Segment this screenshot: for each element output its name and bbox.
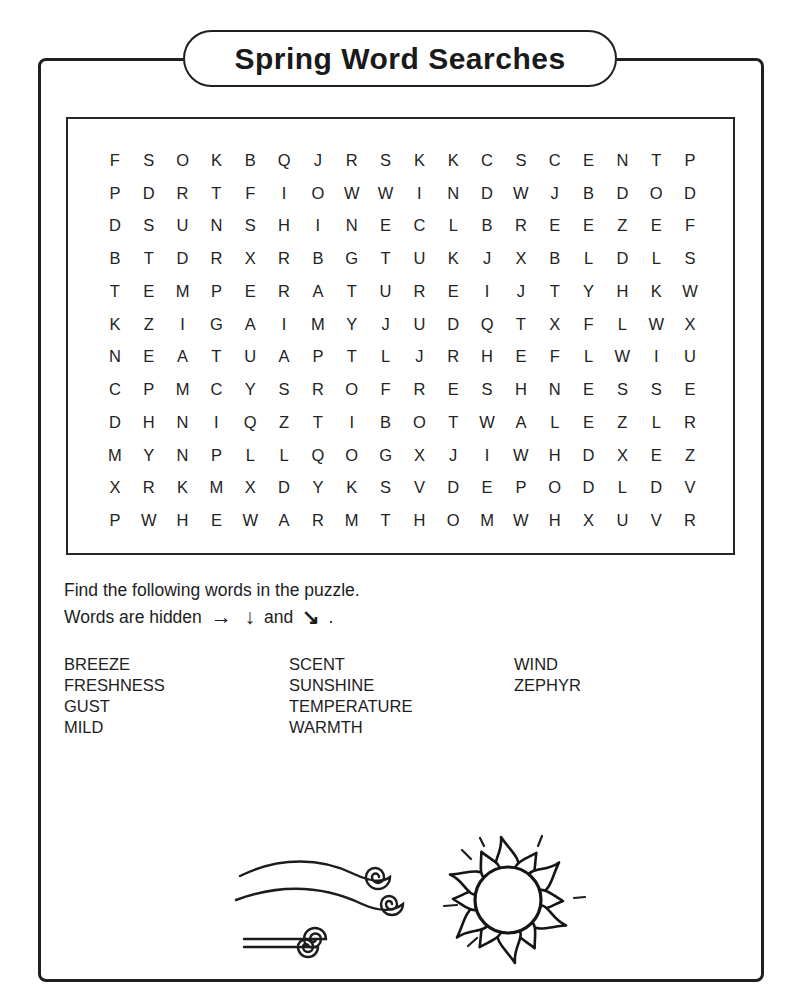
grid-cell: B [538, 242, 572, 275]
grid-cell: D [605, 242, 639, 275]
word-list-item: BREEZE [64, 654, 165, 675]
word-list-item: WIND [514, 654, 581, 675]
grid-cell: B [301, 242, 335, 275]
grid-cell: Y [335, 308, 369, 341]
grid-cell: O [335, 439, 369, 472]
grid-cell: E [538, 210, 572, 243]
grid-cell: E [504, 341, 538, 374]
grid-cell: T [538, 275, 572, 308]
grid-cell: T [369, 504, 403, 537]
grid-cell: K [639, 275, 673, 308]
grid-cell: T [199, 341, 233, 374]
grid-cell: L [639, 406, 673, 439]
grid-cell: E [436, 373, 470, 406]
grid-cell: D [673, 177, 707, 210]
grid-cell: B [470, 210, 504, 243]
grid-cell: U [166, 210, 200, 243]
grid-cell: Z [605, 210, 639, 243]
grid-cell: F [572, 308, 606, 341]
grid-cell: W [639, 308, 673, 341]
grid-cell: M [98, 439, 132, 472]
grid-cell: F [673, 210, 707, 243]
grid-cell: O [166, 144, 200, 177]
grid-cell: L [369, 341, 403, 374]
grid-cell: D [470, 177, 504, 210]
grid-cell: A [301, 275, 335, 308]
right-arrow-icon: → [207, 605, 236, 628]
grid-cell: S [132, 144, 166, 177]
word-list: BREEZEFRESHNESSGUSTMILD SCENTSUNSHINETEM… [64, 654, 704, 754]
page-title: Spring Word Searches [234, 42, 565, 76]
grid-cell: W [335, 177, 369, 210]
grid-cell: E [132, 275, 166, 308]
grid-cell: M [199, 472, 233, 505]
grid-cell: R [199, 242, 233, 275]
title-banner: Spring Word Searches [183, 30, 617, 87]
grid-cell: W [673, 275, 707, 308]
grid-cell: X [233, 242, 267, 275]
grid-cell: R [301, 373, 335, 406]
grid-cell: J [470, 242, 504, 275]
grid-cell: M [166, 275, 200, 308]
grid-cell: D [436, 472, 470, 505]
grid-cell: U [233, 341, 267, 374]
grid-cell: P [132, 373, 166, 406]
grid-cell: D [166, 242, 200, 275]
grid-cell: E [132, 341, 166, 374]
grid-cell: D [572, 472, 606, 505]
grid-cell: J [402, 341, 436, 374]
word-column: WINDZEPHYR [514, 654, 581, 696]
grid-cell: D [267, 472, 301, 505]
grid-cell: X [233, 472, 267, 505]
grid-cell: P [98, 177, 132, 210]
grid-cell: Q [470, 308, 504, 341]
grid-cell: L [572, 242, 606, 275]
grid-cell: Y [233, 373, 267, 406]
instructions-line2: Words are hidden → ↓ and ↘ . [64, 603, 360, 630]
down-right-arrow-icon: ↘ [298, 605, 324, 628]
grid-cell: V [673, 472, 707, 505]
grid-cell: S [267, 373, 301, 406]
grid-cell: R [673, 406, 707, 439]
grid-cell: Z [132, 308, 166, 341]
grid-cell: W [504, 439, 538, 472]
instructions-line1: Find the following words in the puzzle. [64, 578, 360, 603]
grid-cell: T [504, 308, 538, 341]
grid-cell: D [572, 439, 606, 472]
grid-cell: A [267, 341, 301, 374]
grid-cell: F [233, 177, 267, 210]
grid-cell: H [132, 406, 166, 439]
grid-cell: K [402, 144, 436, 177]
grid-cell: U [402, 242, 436, 275]
grid-cell: D [436, 308, 470, 341]
grid-cell: J [369, 308, 403, 341]
down-arrow-icon: ↓ [241, 605, 260, 628]
grid-cell: L [436, 210, 470, 243]
grid-cell: R [166, 177, 200, 210]
grid-cell: P [199, 275, 233, 308]
grid-cell: V [402, 472, 436, 505]
grid-cell: N [166, 406, 200, 439]
grid-cell: T [436, 406, 470, 439]
grid-cell: C [199, 373, 233, 406]
grid-cell: J [301, 144, 335, 177]
grid-cell: H [267, 210, 301, 243]
sun-icon [428, 818, 588, 978]
grid-cell: Z [605, 406, 639, 439]
grid-cell: D [98, 406, 132, 439]
grid-cell: T [301, 406, 335, 439]
grid-cell: F [369, 373, 403, 406]
grid-cell: R [267, 275, 301, 308]
grid-cell: G [369, 439, 403, 472]
word-search-grid: FSOKBQJRSKKCSCENTPPDRTFIOWWINDWJBDODDSUN… [66, 117, 735, 555]
grid-cell: F [98, 144, 132, 177]
grid-cell: N [436, 177, 470, 210]
grid-cell: U [673, 341, 707, 374]
grid-cell: K [166, 472, 200, 505]
grid-cell: N [605, 144, 639, 177]
grid-cell: D [605, 177, 639, 210]
grid-cell: F [538, 341, 572, 374]
grid-cell: T [335, 341, 369, 374]
grid-cell: R [335, 144, 369, 177]
grid-cell: H [402, 504, 436, 537]
grid-cell: X [402, 439, 436, 472]
grid-cell: R [402, 275, 436, 308]
word-list-item: SCENT [289, 654, 412, 675]
grid-cell: K [436, 144, 470, 177]
word-list-item: FRESHNESS [64, 675, 165, 696]
grid-cell: C [538, 144, 572, 177]
grid-cell: K [98, 308, 132, 341]
grid-cell: L [267, 439, 301, 472]
grid-cell: S [132, 210, 166, 243]
grid-cell: A [233, 308, 267, 341]
grid-cell: D [639, 472, 673, 505]
grid-cell: W [369, 177, 403, 210]
grid-cell: C [402, 210, 436, 243]
grid-cell: B [572, 177, 606, 210]
grid-cell: E [673, 373, 707, 406]
grid-cell: Q [267, 144, 301, 177]
grid-cell: M [301, 308, 335, 341]
grid-cell: W [504, 504, 538, 537]
grid-cell: R [301, 504, 335, 537]
grid-cell: L [233, 439, 267, 472]
word-column: SCENTSUNSHINETEMPERATUREWARMTH [289, 654, 412, 738]
grid-cell: I [639, 341, 673, 374]
grid-cell: I [267, 308, 301, 341]
grid-cell: I [335, 406, 369, 439]
grid-cell: A [267, 504, 301, 537]
grid-cell: E [199, 504, 233, 537]
grid-cell: Y [572, 275, 606, 308]
grid-cell: P [98, 504, 132, 537]
grid-cell: H [166, 504, 200, 537]
grid-cell: X [504, 242, 538, 275]
grid-cell: C [470, 144, 504, 177]
grid-cell: R [132, 472, 166, 505]
grid-cell: M [335, 504, 369, 537]
grid-cell: E [233, 275, 267, 308]
grid-cell: H [504, 373, 538, 406]
grid-cell: S [504, 144, 538, 177]
grid-cell: R [504, 210, 538, 243]
grid-cell: L [538, 406, 572, 439]
grid-cell: X [538, 308, 572, 341]
grid-cell: T [199, 177, 233, 210]
grid-cell: R [402, 373, 436, 406]
grid-cell: Q [301, 439, 335, 472]
grid-cell: Y [132, 439, 166, 472]
word-column: BREEZEFRESHNESSGUSTMILD [64, 654, 165, 738]
grid-cell: P [673, 144, 707, 177]
grid-cell: R [673, 504, 707, 537]
grid-cell: T [335, 275, 369, 308]
grid-cell: S [673, 242, 707, 275]
worksheet-page: Spring Word Searches FSOKBQJRSKKCSCENTPP… [0, 0, 800, 1000]
grid-cell: W [132, 504, 166, 537]
grid-cell: B [98, 242, 132, 275]
grid-cell: J [538, 177, 572, 210]
grid-cell: I [166, 308, 200, 341]
grid-cell: E [572, 144, 606, 177]
grid-cell: N [199, 210, 233, 243]
grid-cell: N [98, 341, 132, 374]
grid-cell: Y [301, 472, 335, 505]
grid-cell: W [470, 406, 504, 439]
grid-cell: P [504, 472, 538, 505]
instructions-and: and [264, 607, 293, 627]
grid-cell: A [166, 341, 200, 374]
grid-cell: Z [673, 439, 707, 472]
grid-cell: S [369, 144, 403, 177]
grid-cell: A [504, 406, 538, 439]
grid-cell: W [233, 504, 267, 537]
grid-cell: Q [233, 406, 267, 439]
word-list-item: MILD [64, 717, 165, 738]
grid-cell: E [639, 210, 673, 243]
grid-cell: H [470, 341, 504, 374]
grid-cell: W [504, 177, 538, 210]
grid-cell: V [639, 504, 673, 537]
grid-cell: R [267, 242, 301, 275]
grid-cell: C [98, 373, 132, 406]
grid-cell: I [199, 406, 233, 439]
grid-cell: U [369, 275, 403, 308]
instructions-period: . [329, 607, 334, 627]
grid-cell: E [470, 472, 504, 505]
grid-cell: G [199, 308, 233, 341]
grid-cell: I [301, 210, 335, 243]
grid-cell: K [199, 144, 233, 177]
grid-cell: O [538, 472, 572, 505]
grid-cell: O [436, 504, 470, 537]
grid-cell: I [267, 177, 301, 210]
word-list-item: ZEPHYR [514, 675, 581, 696]
grid-cell: E [572, 373, 606, 406]
grid-cell: X [673, 308, 707, 341]
grid-cell: N [335, 210, 369, 243]
word-list-item: GUST [64, 696, 165, 717]
grid-cell: R [436, 341, 470, 374]
grid-cell: L [572, 341, 606, 374]
grid-cell: E [369, 210, 403, 243]
grid-cell: H [605, 275, 639, 308]
grid-cell: W [605, 341, 639, 374]
grid-cell: U [605, 504, 639, 537]
instructions: Find the following words in the puzzle. … [64, 578, 360, 630]
grid-cell: S [369, 472, 403, 505]
grid-cell: G [335, 242, 369, 275]
grid-cell: T [639, 144, 673, 177]
grid-cell: L [605, 472, 639, 505]
grid-cell: E [436, 275, 470, 308]
grid-cell: T [98, 275, 132, 308]
grid-cell: D [98, 210, 132, 243]
grid-cell: O [335, 373, 369, 406]
word-list-item: SUNSHINE [289, 675, 412, 696]
grid-cell: I [470, 275, 504, 308]
grid-cell: M [470, 504, 504, 537]
grid-cell: K [335, 472, 369, 505]
grid-cell: S [233, 210, 267, 243]
grid-cell: M [166, 373, 200, 406]
grid-cell: B [233, 144, 267, 177]
grid-cell: U [402, 308, 436, 341]
grid-cell: S [605, 373, 639, 406]
grid-cell: X [572, 504, 606, 537]
grid-cell: T [132, 242, 166, 275]
word-list-item: TEMPERATURE [289, 696, 412, 717]
grid-cell: X [605, 439, 639, 472]
grid-cell: I [470, 439, 504, 472]
grid-cell: N [166, 439, 200, 472]
grid-cell: S [639, 373, 673, 406]
grid-cell: J [436, 439, 470, 472]
grid-cell: L [605, 308, 639, 341]
grid-cell: T [369, 242, 403, 275]
grid-cell: D [132, 177, 166, 210]
word-list-item: WARMTH [289, 717, 412, 738]
grid-cell: Z [267, 406, 301, 439]
grid-cell: E [572, 210, 606, 243]
grid-cell: L [639, 242, 673, 275]
grid-cell: H [538, 439, 572, 472]
grid-cell: E [572, 406, 606, 439]
grid-cell: E [639, 439, 673, 472]
grid-cell: J [504, 275, 538, 308]
grid-cell: O [402, 406, 436, 439]
grid-cell: N [538, 373, 572, 406]
grid-cell: K [436, 242, 470, 275]
grid-cell: O [639, 177, 673, 210]
grid-cell: S [470, 373, 504, 406]
grid-cell: X [98, 472, 132, 505]
grid-cell: P [199, 439, 233, 472]
grid-cell: H [538, 504, 572, 537]
grid-cell: B [369, 406, 403, 439]
grid-cell: P [301, 341, 335, 374]
grid-cell: I [402, 177, 436, 210]
grid-cell: O [301, 177, 335, 210]
